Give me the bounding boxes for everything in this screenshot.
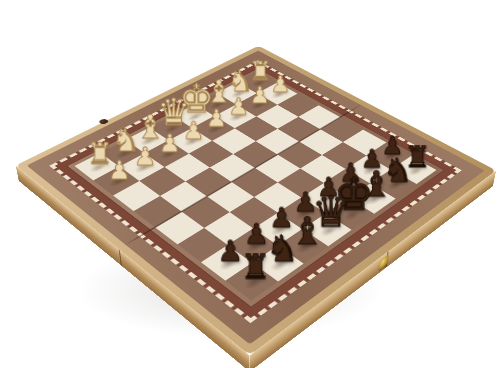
white-pawn[interactable]: ♟ (206, 108, 227, 130)
chess-set-photo: ♜♞♝♛♚♝♞♜♟♟♟♟♟♟♟♟♟♟♟♟♟♟♟♟♜♞♝♛♚♝♞♜ (0, 0, 500, 368)
white-pawn[interactable]: ♟ (270, 74, 290, 95)
white-pawn[interactable]: ♟ (159, 132, 181, 155)
white-pawn[interactable]: ♟ (250, 85, 270, 107)
left-edge-seam (119, 249, 122, 266)
black-rook[interactable]: ♜ (241, 252, 271, 284)
white-pawn[interactable]: ♟ (183, 120, 205, 143)
white-pawn[interactable]: ♟ (228, 96, 249, 118)
white-pawn[interactable]: ♟ (134, 145, 156, 169)
white-pawn[interactable]: ♟ (108, 159, 131, 183)
